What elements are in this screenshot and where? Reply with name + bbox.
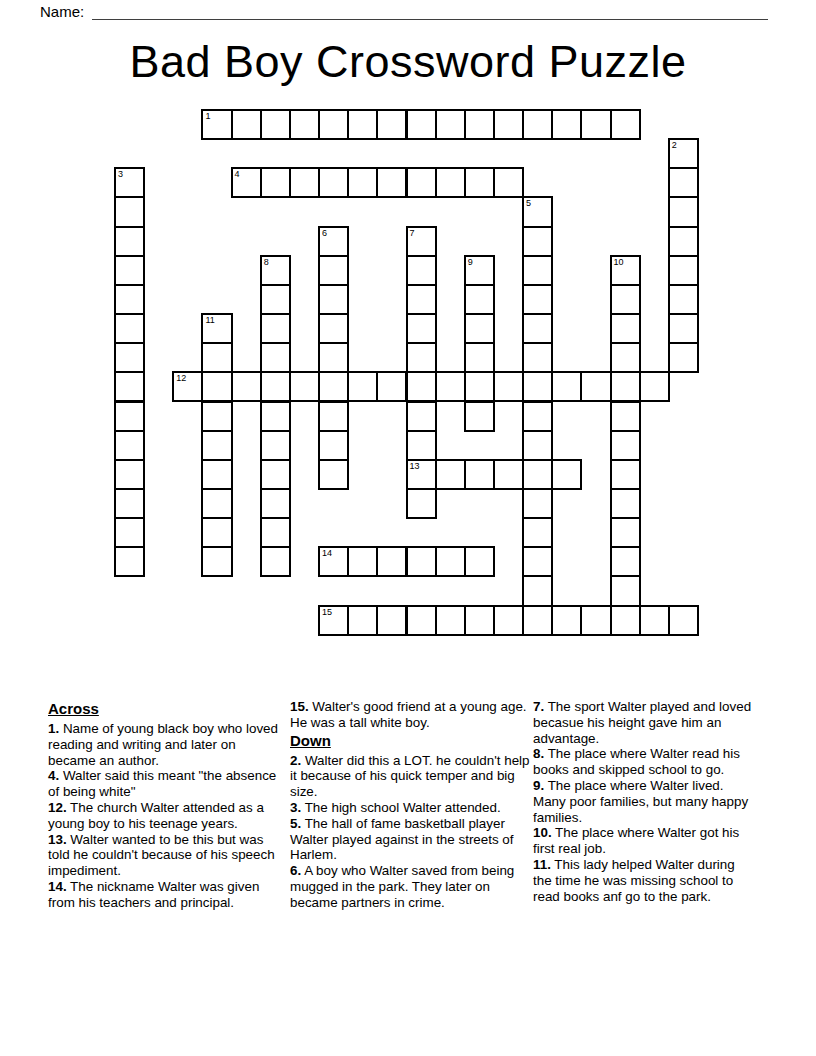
name-blank-line[interactable] — [92, 4, 768, 20]
grid-cell-r9c6[interactable] — [289, 371, 320, 402]
grid-cell-r12c0[interactable] — [114, 459, 145, 490]
cell-number-5: 5 — [526, 198, 531, 208]
grid-cell-r7c10[interactable] — [406, 313, 437, 344]
cell-number-3: 3 — [118, 169, 123, 179]
grid-cell-r8c3[interactable] — [201, 342, 232, 373]
grid-cell-r15c12[interactable] — [464, 546, 495, 577]
grid-cell-r6c7[interactable] — [318, 284, 349, 315]
grid-cell-r14c5[interactable] — [260, 517, 291, 548]
grid-cell-r12c7[interactable] — [318, 459, 349, 490]
grid-cell-r9c4[interactable] — [231, 371, 262, 402]
grid-cell-r1c19[interactable]: 2 — [668, 138, 699, 169]
grid-cell-r0c7[interactable] — [318, 109, 349, 140]
clue-9: 9. The place where Walter lived. Many po… — [533, 778, 754, 825]
grid-cell-r16c17[interactable] — [610, 575, 641, 606]
grid-cell-r11c10[interactable] — [406, 430, 437, 461]
clue-11: 11. This lady helped Walter during the t… — [533, 857, 754, 904]
clue-num-1: 1. — [48, 721, 59, 736]
name-row: Name: — [40, 3, 768, 20]
grid-cell-r11c7[interactable] — [318, 430, 349, 461]
grid-cell-r9c10[interactable] — [406, 371, 437, 402]
grid-cell-r0c17[interactable] — [610, 109, 641, 140]
grid-cell-r8c12[interactable] — [464, 342, 495, 373]
grid-cell-r9c7[interactable] — [318, 371, 349, 402]
grid-cell-r15c11[interactable] — [435, 546, 466, 577]
grid-cell-r9c0[interactable] — [114, 371, 145, 402]
grid-cell-r3c19[interactable] — [668, 196, 699, 227]
cell-number-13: 13 — [410, 461, 420, 471]
grid-cell-r5c5[interactable]: 8 — [260, 255, 291, 286]
grid-cell-r4c0[interactable] — [114, 226, 145, 257]
grid-cell-r17c16[interactable] — [580, 605, 611, 636]
grid-cell-r12c3[interactable] — [201, 459, 232, 490]
grid-cell-r10c5[interactable] — [260, 401, 291, 432]
grid-cell-r13c5[interactable] — [260, 488, 291, 519]
clue-num-15: 15. — [290, 699, 309, 714]
clue-num-12: 12. — [48, 800, 67, 815]
grid-cell-r15c3[interactable] — [201, 546, 232, 577]
clue-num-13: 13. — [48, 832, 67, 847]
clue-6: 6. A boy who Walter saved from being mug… — [290, 863, 536, 910]
grid-cell-r12c10[interactable]: 13 — [406, 459, 437, 490]
grid-cell-r8c10[interactable] — [406, 342, 437, 373]
grid-cell-r10c12[interactable] — [464, 401, 495, 432]
grid-cell-r12c5[interactable] — [260, 459, 291, 490]
cell-number-1: 1 — [205, 111, 210, 121]
grid-cell-r9c13[interactable] — [493, 371, 524, 402]
grid-cell-r0c5[interactable] — [260, 109, 291, 140]
grid-cell-r9c11[interactable] — [435, 371, 466, 402]
grid-cell-r2c10[interactable] — [406, 167, 437, 198]
grid-cell-r13c3[interactable] — [201, 488, 232, 519]
grid-cell-r17c8[interactable] — [347, 605, 378, 636]
grid-cell-r0c13[interactable] — [493, 109, 524, 140]
grid-cell-r15c8[interactable] — [347, 546, 378, 577]
grid-cell-r7c5[interactable] — [260, 313, 291, 344]
clue-num-2: 2. — [290, 753, 301, 768]
grid-cell-r6c0[interactable] — [114, 284, 145, 315]
grid-cell-r11c0[interactable] — [114, 430, 145, 461]
grid-cell-r10c10[interactable] — [406, 401, 437, 432]
clue-15: 15. Walter's good friend at a young age.… — [290, 699, 536, 731]
grid-cell-r12c14[interactable] — [522, 459, 553, 490]
grid-cell-r2c9[interactable] — [376, 167, 407, 198]
grid-cell-r0c11[interactable] — [435, 109, 466, 140]
grid-cell-r12c15[interactable] — [551, 459, 582, 490]
grid-cell-r7c17[interactable] — [610, 313, 641, 344]
grid-cell-r13c17[interactable] — [610, 488, 641, 519]
grid-cell-r8c0[interactable] — [114, 342, 145, 373]
grid-cell-r10c17[interactable] — [610, 401, 641, 432]
cell-number-12: 12 — [176, 373, 186, 383]
grid-cell-r10c7[interactable] — [318, 401, 349, 432]
name-label: Name: — [40, 3, 84, 20]
grid-cell-r17c13[interactable] — [493, 605, 524, 636]
grid-cell-r7c12[interactable] — [464, 313, 495, 344]
grid-cell-r17c10[interactable] — [406, 605, 437, 636]
page-title: Bad Boy Crossword Puzzle — [0, 36, 816, 88]
grid-cell-r17c19[interactable] — [668, 605, 699, 636]
grid-cell-r9c16[interactable] — [580, 371, 611, 402]
clue-14: 14. The nickname Walter was given from h… — [48, 879, 281, 911]
clue-num-7: 7. — [533, 699, 544, 714]
grid-cell-r17c15[interactable] — [551, 605, 582, 636]
clue-num-4: 4. — [48, 768, 59, 783]
grid-cell-r10c0[interactable] — [114, 401, 145, 432]
grid-cell-r9c15[interactable] — [551, 371, 582, 402]
grid-cell-r0c6[interactable] — [289, 109, 320, 140]
grid-cell-r16c14[interactable] — [522, 575, 553, 606]
grid-cell-r11c5[interactable] — [260, 430, 291, 461]
cell-number-6: 6 — [322, 228, 327, 238]
cell-number-4: 4 — [235, 169, 240, 179]
grid-cell-r9c2[interactable]: 12 — [172, 371, 203, 402]
grid-cell-r0c10[interactable] — [406, 109, 437, 140]
grid-cell-r8c14[interactable] — [522, 342, 553, 373]
grid-cell-r0c3[interactable]: 1 — [201, 109, 232, 140]
grid-cell-r2c5[interactable] — [260, 167, 291, 198]
grid-cell-r12c11[interactable] — [435, 459, 466, 490]
grid-cell-r6c12[interactable] — [464, 284, 495, 315]
cell-number-8: 8 — [264, 257, 269, 267]
grid-cell-r14c14[interactable] — [522, 517, 553, 548]
grid-cell-r15c0[interactable] — [114, 546, 145, 577]
grid-cell-r0c12[interactable] — [464, 109, 495, 140]
grid-cell-r2c4[interactable]: 4 — [231, 167, 262, 198]
grid-cell-r8c7[interactable] — [318, 342, 349, 373]
grid-cell-r0c4[interactable] — [231, 109, 262, 140]
grid-cell-r0c16[interactable] — [580, 109, 611, 140]
clue-num-6: 6. — [290, 863, 301, 878]
clue-heading-across: Across — [48, 699, 281, 719]
clue-heading-down: Down — [290, 731, 536, 751]
grid-cell-r9c3[interactable] — [201, 371, 232, 402]
clue-num-9: 9. — [533, 778, 544, 793]
clue-column: 7. The sport Walter played and loved bec… — [533, 699, 754, 904]
grid-cell-r17c9[interactable] — [376, 605, 407, 636]
grid-cell-r2c12[interactable] — [464, 167, 495, 198]
grid-cell-r0c9[interactable] — [376, 109, 407, 140]
grid-cell-r14c0[interactable] — [114, 517, 145, 548]
grid-cell-r2c13[interactable] — [493, 167, 524, 198]
grid-cell-r15c14[interactable] — [522, 546, 553, 577]
grid-cell-r10c14[interactable] — [522, 401, 553, 432]
clue-num-14: 14. — [48, 879, 67, 894]
clue-num-3: 3. — [290, 800, 301, 815]
grid-cell-r4c19[interactable] — [668, 226, 699, 257]
grid-cell-r12c13[interactable] — [493, 459, 524, 490]
grid-cell-r6c14[interactable] — [522, 284, 553, 315]
grid-cell-r15c7[interactable]: 14 — [318, 546, 349, 577]
grid-cell-r12c17[interactable] — [610, 459, 641, 490]
cell-number-14: 14 — [322, 548, 332, 558]
grid-cell-r2c0[interactable]: 3 — [114, 167, 145, 198]
grid-cell-r6c19[interactable] — [668, 284, 699, 315]
worksheet-page: { "game": "crossword", "header": { "name… — [0, 0, 816, 1056]
grid-cell-r5c0[interactable] — [114, 255, 145, 286]
grid-cell-r7c14[interactable] — [522, 313, 553, 344]
grid-cell-r15c5[interactable] — [260, 546, 291, 577]
grid-cell-r14c3[interactable] — [201, 517, 232, 548]
grid-cell-r13c10[interactable] — [406, 488, 437, 519]
grid-cell-r17c14[interactable] — [522, 605, 553, 636]
grid-cell-r9c17[interactable] — [610, 371, 641, 402]
grid-cell-r5c17[interactable]: 10 — [610, 255, 641, 286]
grid-cell-r5c19[interactable] — [668, 255, 699, 286]
grid-cell-r5c7[interactable] — [318, 255, 349, 286]
grid-cell-r7c7[interactable] — [318, 313, 349, 344]
cell-number-11: 11 — [205, 315, 214, 325]
grid-cell-r9c9[interactable] — [376, 371, 407, 402]
clue-4: 4. Walter said this meant "the absence o… — [48, 768, 281, 800]
clue-1: 1. Name of young black boy who loved rea… — [48, 721, 281, 768]
clue-7: 7. The sport Walter played and loved bec… — [533, 699, 754, 746]
grid-cell-r7c19[interactable] — [668, 313, 699, 344]
grid-cell-r2c6[interactable] — [289, 167, 320, 198]
grid-cell-r0c8[interactable] — [347, 109, 378, 140]
grid-cell-r9c12[interactable] — [464, 371, 495, 402]
grid-cell-r5c10[interactable] — [406, 255, 437, 286]
grid-cell-r2c8[interactable] — [347, 167, 378, 198]
grid-cell-r4c10[interactable]: 7 — [406, 226, 437, 257]
grid-cell-r13c14[interactable] — [522, 488, 553, 519]
clue-num-8: 8. — [533, 746, 544, 761]
grid-cell-r5c12[interactable]: 9 — [464, 255, 495, 286]
crossword-grid: 123456789101112131415 — [114, 109, 700, 637]
grid-cell-r15c9[interactable] — [376, 546, 407, 577]
clue-2: 2. Walter did this a LOT. he couldn't he… — [290, 753, 536, 800]
grid-cell-r7c3[interactable]: 11 — [201, 313, 232, 344]
grid-cell-r9c18[interactable] — [639, 371, 670, 402]
grid-cell-r13c0[interactable] — [114, 488, 145, 519]
grid-cell-r2c7[interactable] — [318, 167, 349, 198]
grid-cell-r2c19[interactable] — [668, 167, 699, 198]
grid-cell-r0c15[interactable] — [551, 109, 582, 140]
clue-column: Across1. Name of young black boy who lov… — [48, 699, 281, 911]
grid-cell-r15c10[interactable] — [406, 546, 437, 577]
grid-cell-r11c14[interactable] — [522, 430, 553, 461]
grid-cell-r8c5[interactable] — [260, 342, 291, 373]
cell-number-15: 15 — [322, 607, 332, 617]
grid-cell-r9c14[interactable] — [522, 371, 553, 402]
grid-cell-r6c17[interactable] — [610, 284, 641, 315]
grid-cell-r17c7[interactable]: 15 — [318, 605, 349, 636]
grid-cell-r9c8[interactable] — [347, 371, 378, 402]
grid-cell-r17c18[interactable] — [639, 605, 670, 636]
grid-cell-r12c12[interactable] — [464, 459, 495, 490]
grid-cell-r3c0[interactable] — [114, 196, 145, 227]
grid-cell-r10c3[interactable] — [201, 401, 232, 432]
grid-cell-r2c11[interactable] — [435, 167, 466, 198]
grid-cell-r17c12[interactable] — [464, 605, 495, 636]
grid-cell-r17c11[interactable] — [435, 605, 466, 636]
clue-column: 15. Walter's good friend at a young age.… — [290, 699, 536, 911]
cell-number-10: 10 — [614, 257, 624, 267]
grid-cell-r4c7[interactable]: 6 — [318, 226, 349, 257]
grid-cell-r5c14[interactable] — [522, 255, 553, 286]
grid-cell-r0c14[interactable] — [522, 109, 553, 140]
cell-number-7: 7 — [410, 228, 415, 238]
grid-cell-r17c17[interactable] — [610, 605, 641, 636]
clue-5: 5. The hall of fame basketball player Wa… — [290, 816, 536, 863]
grid-cell-r14c17[interactable] — [610, 517, 641, 548]
grid-cell-r4c14[interactable] — [522, 226, 553, 257]
grid-cell-r11c3[interactable] — [201, 430, 232, 461]
grid-cell-r15c17[interactable] — [610, 546, 641, 577]
grid-cell-r7c0[interactable] — [114, 313, 145, 344]
grid-cell-r8c19[interactable] — [668, 342, 699, 373]
clue-10: 10. The place where Walter got his first… — [533, 825, 754, 857]
grid-cell-r6c10[interactable] — [406, 284, 437, 315]
clue-3: 3. The high school Walter attended. — [290, 800, 536, 816]
cell-number-9: 9 — [468, 257, 473, 267]
clue-num-11: 11. — [533, 857, 551, 872]
grid-cell-r9c5[interactable] — [260, 371, 291, 402]
clue-num-10: 10. — [533, 825, 552, 840]
clue-8: 8. The place where Walter read his books… — [533, 746, 754, 778]
clue-13: 13. Walter wanted to be this but was tol… — [48, 832, 281, 879]
grid-cell-r8c17[interactable] — [610, 342, 641, 373]
grid-cell-r11c17[interactable] — [610, 430, 641, 461]
cell-number-2: 2 — [672, 140, 677, 150]
clue-12: 12. The church Walter attended as a youn… — [48, 800, 281, 832]
grid-cell-r3c14[interactable]: 5 — [522, 196, 553, 227]
clue-num-5: 5. — [290, 816, 301, 831]
grid-cell-r6c5[interactable] — [260, 284, 291, 315]
